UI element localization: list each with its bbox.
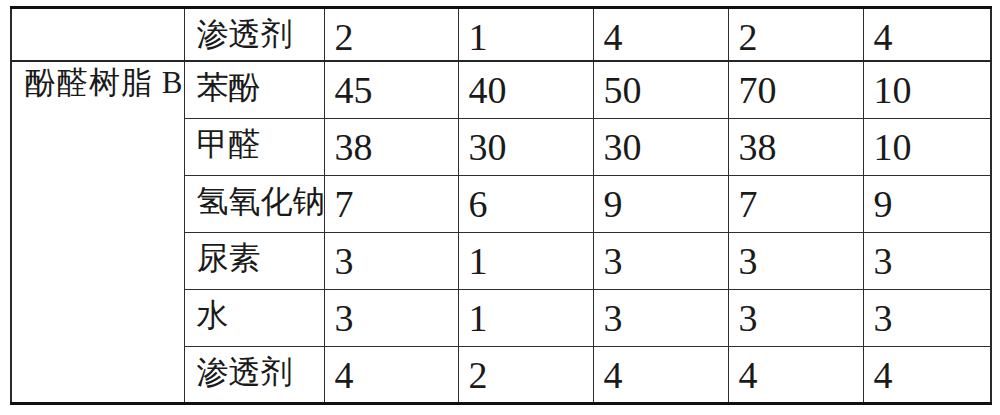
value-cell: 10	[863, 61, 991, 118]
group-label-cell: 酚醛树脂 B	[11, 61, 184, 403]
row-label-cell: 渗透剂	[184, 346, 324, 403]
value-cell: 30	[458, 118, 593, 175]
row-label-cell: 尿素	[184, 232, 324, 289]
value-cell: 45	[324, 61, 458, 118]
value-cell: 3	[728, 232, 863, 289]
document-page: 渗透剂 2 1 4 2 4 酚醛树脂 B 苯酚 45 40 50 70 10 甲…	[0, 0, 1000, 415]
ingredients-table: 渗透剂 2 1 4 2 4 酚醛树脂 B 苯酚 45 40 50 70 10 甲…	[10, 6, 992, 405]
row-label-cell: 氢氧化钠	[184, 175, 324, 232]
row-label-cell: 水	[184, 289, 324, 346]
row-label-cell: 苯酚	[184, 61, 324, 118]
value-cell: 10	[863, 118, 991, 175]
row-label-cell: 渗透剂	[184, 8, 324, 62]
value-cell: 4	[863, 8, 991, 62]
group-cell-empty	[11, 8, 184, 62]
value-cell: 40	[458, 61, 593, 118]
value-cell: 70	[728, 61, 863, 118]
value-cell: 4	[593, 8, 728, 62]
value-cell: 2	[324, 8, 458, 62]
value-cell: 4	[324, 346, 458, 403]
value-cell: 4	[863, 346, 991, 403]
value-cell: 6	[458, 175, 593, 232]
row-label-cell: 甲醛	[184, 118, 324, 175]
value-cell: 2	[728, 8, 863, 62]
value-cell: 1	[458, 8, 593, 62]
value-cell: 38	[728, 118, 863, 175]
value-cell: 3	[593, 289, 728, 346]
value-cell: 30	[593, 118, 728, 175]
value-cell: 4	[593, 346, 728, 403]
value-cell: 7	[324, 175, 458, 232]
table-row: 酚醛树脂 B 苯酚 45 40 50 70 10	[11, 61, 991, 118]
value-cell: 2	[458, 346, 593, 403]
value-cell: 7	[728, 175, 863, 232]
value-cell: 1	[458, 289, 593, 346]
value-cell: 9	[593, 175, 728, 232]
value-cell: 3	[863, 289, 991, 346]
value-cell: 3	[728, 289, 863, 346]
value-cell: 50	[593, 61, 728, 118]
value-cell: 9	[863, 175, 991, 232]
value-cell: 38	[324, 118, 458, 175]
value-cell: 3	[593, 232, 728, 289]
value-cell: 1	[458, 232, 593, 289]
value-cell: 3	[324, 289, 458, 346]
table-row: 渗透剂 2 1 4 2 4	[11, 8, 991, 62]
value-cell: 4	[728, 346, 863, 403]
value-cell: 3	[324, 232, 458, 289]
value-cell: 3	[863, 232, 991, 289]
